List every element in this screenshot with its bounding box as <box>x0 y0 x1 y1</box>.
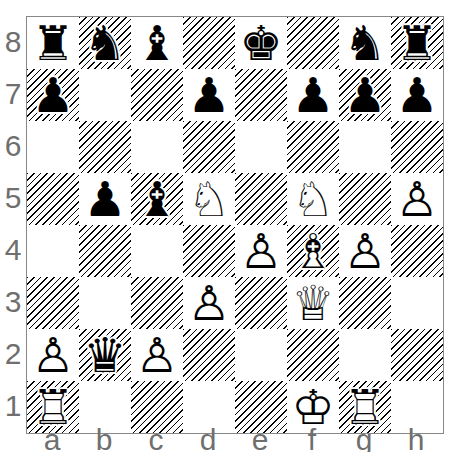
white-queen-piece[interactable]: ♛♕ <box>287 277 339 329</box>
square-c4[interactable] <box>131 225 183 277</box>
black-queen-piece[interactable]: ♛ <box>79 329 131 381</box>
square-b3[interactable] <box>79 277 131 329</box>
rank-label-2: 2 <box>0 328 26 380</box>
white-piece-outline: ♙ <box>27 329 79 381</box>
square-g5[interactable] <box>339 173 391 225</box>
white-piece-outline: ♙ <box>235 225 287 277</box>
black-rook-piece[interactable]: ♜ <box>391 17 443 69</box>
white-piece-fill: ♞ <box>183 173 235 225</box>
file-label-f: f <box>286 428 338 452</box>
square-a6[interactable] <box>27 121 79 173</box>
square-e7[interactable] <box>235 69 287 121</box>
square-c2[interactable]: ♟♙ <box>131 329 183 381</box>
square-b4[interactable] <box>79 225 131 277</box>
square-b7[interactable] <box>79 69 131 121</box>
black-piece-glyph: ♝ <box>131 17 183 69</box>
white-piece-fill: ♟ <box>235 225 287 277</box>
white-pawn-piece[interactable]: ♟♙ <box>235 225 287 277</box>
square-h5[interactable]: ♟♙ <box>391 173 443 225</box>
file-label-h: h <box>390 428 442 452</box>
white-piece-outline: ♙ <box>391 173 443 225</box>
square-f4[interactable]: ♝♗ <box>287 225 339 277</box>
white-knight-piece[interactable]: ♞♘ <box>183 173 235 225</box>
square-e2[interactable] <box>235 329 287 381</box>
square-f2[interactable] <box>287 329 339 381</box>
black-piece-glyph: ♟ <box>183 69 235 121</box>
rank-labels: 8 7 6 5 4 3 2 1 <box>0 16 26 432</box>
file-labels: a b c d e f g h <box>26 428 442 452</box>
black-pawn-piece[interactable]: ♟ <box>287 69 339 121</box>
white-piece-outline: ♙ <box>183 277 235 329</box>
square-f8[interactable] <box>287 17 339 69</box>
square-b8[interactable]: ♞ <box>79 17 131 69</box>
white-bishop-piece[interactable]: ♝♗ <box>287 225 339 277</box>
white-piece-fill: ♟ <box>339 225 391 277</box>
white-piece-fill: ♝ <box>287 225 339 277</box>
white-piece-fill: ♛ <box>287 277 339 329</box>
black-bishop-piece[interactable]: ♝ <box>131 17 183 69</box>
square-g3[interactable] <box>339 277 391 329</box>
square-a7[interactable]: ♟ <box>27 69 79 121</box>
square-d4[interactable] <box>183 225 235 277</box>
square-h2[interactable] <box>391 329 443 381</box>
black-piece-glyph: ♞ <box>79 17 131 69</box>
black-pawn-piece[interactable]: ♟ <box>339 69 391 121</box>
black-knight-piece[interactable]: ♞ <box>79 17 131 69</box>
white-piece-fill: ♟ <box>131 329 183 381</box>
white-piece-outline: ♙ <box>339 225 391 277</box>
square-b6[interactable] <box>79 121 131 173</box>
square-e6[interactable] <box>235 121 287 173</box>
black-pawn-piece[interactable]: ♟ <box>27 69 79 121</box>
black-piece-glyph: ♟ <box>287 69 339 121</box>
square-f5[interactable]: ♞♘ <box>287 173 339 225</box>
file-label-b: b <box>78 428 130 452</box>
square-e4[interactable]: ♟♙ <box>235 225 287 277</box>
white-piece-outline: ♘ <box>183 173 235 225</box>
rank-label-5: 5 <box>0 172 26 224</box>
white-piece-outline: ♕ <box>287 277 339 329</box>
square-h6[interactable] <box>391 121 443 173</box>
white-pawn-piece[interactable]: ♟♙ <box>391 173 443 225</box>
black-piece-glyph: ♟ <box>391 69 443 121</box>
black-piece-glyph: ♟ <box>27 69 79 121</box>
square-a2[interactable]: ♟♙ <box>27 329 79 381</box>
rank-label-4: 4 <box>0 224 26 276</box>
square-a8[interactable]: ♜ <box>27 17 79 69</box>
white-pawn-piece[interactable]: ♟♙ <box>131 329 183 381</box>
white-pawn-piece[interactable]: ♟♙ <box>27 329 79 381</box>
black-piece-glyph: ♜ <box>391 17 443 69</box>
square-h8[interactable]: ♜ <box>391 17 443 69</box>
square-h4[interactable] <box>391 225 443 277</box>
square-f3[interactable]: ♛♕ <box>287 277 339 329</box>
chess-board: ♜♞♝♚♞♜♟♟♟♟♟♟♝♞♘♞♘♟♙♟♙♝♗♟♙♟♙♛♕♟♙♛♟♙♜♖♚♔♜♖ <box>26 16 444 434</box>
black-pawn-piece[interactable]: ♟ <box>391 69 443 121</box>
file-label-d: d <box>182 428 234 452</box>
black-piece-glyph: ♞ <box>339 17 391 69</box>
square-g4[interactable]: ♟♙ <box>339 225 391 277</box>
file-label-c: c <box>130 428 182 452</box>
square-h3[interactable] <box>391 277 443 329</box>
square-b2[interactable]: ♛ <box>79 329 131 381</box>
white-pawn-piece[interactable]: ♟♙ <box>183 277 235 329</box>
white-piece-fill: ♟ <box>391 173 443 225</box>
file-label-e: e <box>234 428 286 452</box>
square-b5[interactable]: ♟ <box>79 173 131 225</box>
black-knight-piece[interactable]: ♞ <box>339 17 391 69</box>
rank-label-1: 1 <box>0 380 26 432</box>
black-bishop-piece[interactable]: ♝ <box>131 173 183 225</box>
square-g2[interactable] <box>339 329 391 381</box>
rank-label-8: 8 <box>0 16 26 68</box>
square-c6[interactable] <box>131 121 183 173</box>
square-e5[interactable] <box>235 173 287 225</box>
square-d8[interactable] <box>183 17 235 69</box>
black-king-piece[interactable]: ♚ <box>235 17 287 69</box>
square-h7[interactable]: ♟ <box>391 69 443 121</box>
square-e3[interactable] <box>235 277 287 329</box>
square-d3[interactable]: ♟♙ <box>183 277 235 329</box>
square-g7[interactable]: ♟ <box>339 69 391 121</box>
white-piece-fill: ♟ <box>27 329 79 381</box>
black-piece-glyph: ♜ <box>27 17 79 69</box>
white-piece-fill: ♟ <box>183 277 235 329</box>
square-c7[interactable] <box>131 69 183 121</box>
black-piece-glyph: ♟ <box>79 173 131 225</box>
black-rook-piece[interactable]: ♜ <box>27 17 79 69</box>
square-f7[interactable]: ♟ <box>287 69 339 121</box>
square-a5[interactable] <box>27 173 79 225</box>
square-a4[interactable] <box>27 225 79 277</box>
white-pawn-piece[interactable]: ♟♙ <box>339 225 391 277</box>
square-g8[interactable]: ♞ <box>339 17 391 69</box>
square-d2[interactable] <box>183 329 235 381</box>
file-label-a: a <box>26 428 78 452</box>
black-piece-glyph: ♚ <box>235 17 287 69</box>
square-c3[interactable] <box>131 277 183 329</box>
white-piece-outline: ♙ <box>131 329 183 381</box>
white-piece-outline: ♗ <box>287 225 339 277</box>
square-f6[interactable] <box>287 121 339 173</box>
rank-label-3: 3 <box>0 276 26 328</box>
black-pawn-piece[interactable]: ♟ <box>183 69 235 121</box>
white-piece-fill: ♞ <box>287 173 339 225</box>
black-piece-glyph: ♛ <box>79 329 131 381</box>
black-piece-glyph: ♟ <box>339 69 391 121</box>
square-d6[interactable] <box>183 121 235 173</box>
square-c5[interactable]: ♝ <box>131 173 183 225</box>
square-e8[interactable]: ♚ <box>235 17 287 69</box>
square-c8[interactable]: ♝ <box>131 17 183 69</box>
rank-label-6: 6 <box>0 120 26 172</box>
white-knight-piece[interactable]: ♞♘ <box>287 173 339 225</box>
square-a3[interactable] <box>27 277 79 329</box>
file-label-g: g <box>338 428 390 452</box>
black-pawn-piece[interactable]: ♟ <box>79 173 131 225</box>
black-piece-glyph: ♝ <box>131 173 183 225</box>
white-piece-outline: ♘ <box>287 173 339 225</box>
chess-diagram: 8 7 6 5 4 3 2 1 ♜♞♝♚♞♜♟♟♟♟♟♟♝♞♘♞♘♟♙♟♙♝♗♟… <box>0 0 452 452</box>
square-g6[interactable] <box>339 121 391 173</box>
square-d5[interactable]: ♞♘ <box>183 173 235 225</box>
square-d7[interactable]: ♟ <box>183 69 235 121</box>
rank-label-7: 7 <box>0 68 26 120</box>
